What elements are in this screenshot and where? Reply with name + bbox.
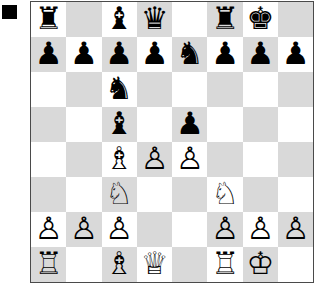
- square-f1[interactable]: ♖: [207, 247, 242, 282]
- square-a7[interactable]: ♟: [31, 37, 66, 72]
- square-d6[interactable]: [137, 72, 172, 107]
- square-h8[interactable]: [278, 2, 313, 37]
- white-rook[interactable]: ♖: [211, 248, 239, 279]
- square-d1[interactable]: ♕: [137, 247, 172, 282]
- white-pawn[interactable]: ♙: [105, 213, 133, 244]
- square-c3[interactable]: ♘: [102, 177, 137, 212]
- square-d5[interactable]: [137, 107, 172, 142]
- square-h2[interactable]: ♙: [278, 212, 313, 247]
- white-pawn[interactable]: ♙: [70, 213, 98, 244]
- square-f8[interactable]: ♜: [207, 2, 242, 37]
- square-e1[interactable]: [172, 247, 207, 282]
- white-rook[interactable]: ♖: [35, 248, 63, 279]
- square-f3[interactable]: ♘: [207, 177, 242, 212]
- square-h4[interactable]: [278, 142, 313, 177]
- square-g1[interactable]: ♔: [243, 247, 278, 282]
- square-f5[interactable]: [207, 107, 242, 142]
- square-a6[interactable]: [31, 72, 66, 107]
- black-knight[interactable]: ♞: [176, 38, 204, 69]
- black-pawn[interactable]: ♟: [211, 38, 239, 69]
- square-b5[interactable]: [66, 107, 101, 142]
- square-f7[interactable]: ♟: [207, 37, 242, 72]
- square-g7[interactable]: ♟: [243, 37, 278, 72]
- white-pawn[interactable]: ♙: [176, 143, 204, 174]
- square-f2[interactable]: ♙: [207, 212, 242, 247]
- square-b1[interactable]: [66, 247, 101, 282]
- square-h6[interactable]: [278, 72, 313, 107]
- black-pawn[interactable]: ♟: [282, 38, 310, 69]
- black-rook[interactable]: ♜: [35, 3, 63, 34]
- square-a3[interactable]: [31, 177, 66, 212]
- square-g2[interactable]: ♙: [243, 212, 278, 247]
- square-g8[interactable]: ♚: [243, 2, 278, 37]
- white-bishop[interactable]: ♗: [105, 248, 133, 279]
- chess-board: ♜♝♛♜♚♟♟♟♟♞♟♟♟♞♝♟♗♙♙♘♘♙♙♙♙♙♙♖♗♕♖♔: [30, 1, 314, 283]
- black-bishop[interactable]: ♝: [105, 3, 133, 34]
- square-e7[interactable]: ♞: [172, 37, 207, 72]
- square-b3[interactable]: [66, 177, 101, 212]
- square-d8[interactable]: ♛: [137, 2, 172, 37]
- square-a1[interactable]: ♖: [31, 247, 66, 282]
- square-b2[interactable]: ♙: [66, 212, 101, 247]
- square-e8[interactable]: [172, 2, 207, 37]
- black-pawn[interactable]: ♟: [70, 38, 98, 69]
- square-c7[interactable]: ♟: [102, 37, 137, 72]
- square-h5[interactable]: [278, 107, 313, 142]
- black-rook[interactable]: ♜: [211, 3, 239, 34]
- white-bishop[interactable]: ♗: [105, 143, 133, 174]
- square-b7[interactable]: ♟: [66, 37, 101, 72]
- white-pawn[interactable]: ♙: [35, 213, 63, 244]
- black-pawn[interactable]: ♟: [247, 38, 275, 69]
- black-to-move-indicator: [2, 5, 17, 19]
- black-knight[interactable]: ♞: [105, 73, 133, 104]
- square-c2[interactable]: ♙: [102, 212, 137, 247]
- square-e2[interactable]: [172, 212, 207, 247]
- black-king[interactable]: ♚: [247, 3, 275, 34]
- square-c6[interactable]: ♞: [102, 72, 137, 107]
- square-e3[interactable]: [172, 177, 207, 212]
- black-pawn[interactable]: ♟: [35, 38, 63, 69]
- square-e6[interactable]: [172, 72, 207, 107]
- black-bishop[interactable]: ♝: [105, 108, 133, 139]
- square-c4[interactable]: ♗: [102, 142, 137, 177]
- black-pawn[interactable]: ♟: [176, 108, 204, 139]
- white-king[interactable]: ♔: [247, 248, 275, 279]
- square-b4[interactable]: [66, 142, 101, 177]
- square-e4[interactable]: ♙: [172, 142, 207, 177]
- white-pawn[interactable]: ♙: [282, 213, 310, 244]
- square-g4[interactable]: [243, 142, 278, 177]
- square-f6[interactable]: [207, 72, 242, 107]
- square-a4[interactable]: [31, 142, 66, 177]
- square-g3[interactable]: [243, 177, 278, 212]
- black-queen[interactable]: ♛: [141, 3, 169, 34]
- white-knight[interactable]: ♘: [105, 178, 133, 209]
- black-pawn[interactable]: ♟: [105, 38, 133, 69]
- square-a2[interactable]: ♙: [31, 212, 66, 247]
- white-pawn[interactable]: ♙: [247, 213, 275, 244]
- square-h3[interactable]: [278, 177, 313, 212]
- white-queen[interactable]: ♕: [141, 248, 169, 279]
- white-pawn[interactable]: ♙: [211, 213, 239, 244]
- square-d4[interactable]: ♙: [137, 142, 172, 177]
- square-g5[interactable]: [243, 107, 278, 142]
- square-h7[interactable]: ♟: [278, 37, 313, 72]
- square-d7[interactable]: ♟: [137, 37, 172, 72]
- white-pawn[interactable]: ♙: [141, 143, 169, 174]
- square-c1[interactable]: ♗: [102, 247, 137, 282]
- square-c8[interactable]: ♝: [102, 2, 137, 37]
- square-d2[interactable]: [137, 212, 172, 247]
- square-h1[interactable]: [278, 247, 313, 282]
- white-knight[interactable]: ♘: [211, 178, 239, 209]
- square-d3[interactable]: [137, 177, 172, 212]
- square-f4[interactable]: [207, 142, 242, 177]
- square-c5[interactable]: ♝: [102, 107, 137, 142]
- square-a5[interactable]: [31, 107, 66, 142]
- square-b8[interactable]: [66, 2, 101, 37]
- black-pawn[interactable]: ♟: [141, 38, 169, 69]
- square-e5[interactable]: ♟: [172, 107, 207, 142]
- square-a8[interactable]: ♜: [31, 2, 66, 37]
- square-g6[interactable]: [243, 72, 278, 107]
- square-b6[interactable]: [66, 72, 101, 107]
